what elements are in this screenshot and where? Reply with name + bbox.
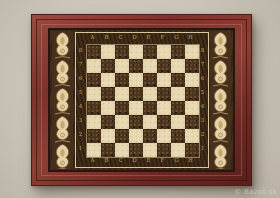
coord-label: 3 [199, 114, 207, 128]
files-bottom: ABCDEFGH [86, 158, 198, 166]
coord-label: 7 [199, 58, 207, 72]
coord-label: 1 [77, 142, 85, 156]
square-f8 [157, 45, 171, 59]
coord-label: 2 [77, 128, 85, 142]
coord-label: H [184, 35, 198, 43]
coord-label: 4 [77, 100, 85, 114]
square-f5 [157, 87, 171, 101]
coord-label: D [128, 158, 142, 166]
coord-label: G [170, 35, 184, 43]
square-b8 [101, 45, 115, 59]
square-c5 [115, 87, 129, 101]
square-b5 [101, 87, 115, 101]
coord-label: G [170, 158, 184, 166]
coord-label: 5 [199, 86, 207, 100]
coord-label: B [100, 35, 114, 43]
square-g7 [171, 59, 185, 73]
square-d2 [129, 129, 143, 143]
square-a5 [87, 87, 101, 101]
square-a3 [87, 115, 101, 129]
square-e6 [143, 73, 157, 87]
coord-label: B [100, 158, 114, 166]
square-a6 [87, 73, 101, 87]
square-a8 [87, 45, 101, 59]
square-h2 [185, 129, 199, 143]
square-f7 [157, 59, 171, 73]
photo-of-framed-chessboard: ABCDEFGH ABCDEFGH 87654321 87654321 © Ba… [0, 0, 280, 198]
square-b3 [101, 115, 115, 129]
coord-label: 4 [199, 100, 207, 114]
photo-watermark: © Bazoš.sk [234, 188, 277, 196]
square-c8 [115, 45, 129, 59]
coord-label: E [142, 35, 156, 43]
square-g3 [171, 115, 185, 129]
square-b2 [101, 129, 115, 143]
square-h1 [185, 143, 199, 157]
files-top: ABCDEFGH [86, 35, 198, 43]
coord-label: C [114, 35, 128, 43]
coord-label: 7 [77, 58, 85, 72]
square-h6 [185, 73, 199, 87]
square-f2 [157, 129, 171, 143]
square-a7 [87, 59, 101, 73]
carved-ornament-right [210, 31, 231, 169]
square-f3 [157, 115, 171, 129]
chessboard-plaque: ABCDEFGH ABCDEFGH 87654321 87654321 [75, 32, 209, 168]
square-f1 [157, 143, 171, 157]
square-d5 [129, 87, 143, 101]
square-e7 [143, 59, 157, 73]
square-h7 [185, 59, 199, 73]
square-b1 [101, 143, 115, 157]
coord-label: C [114, 158, 128, 166]
square-c7 [115, 59, 129, 73]
square-e5 [143, 87, 157, 101]
square-a4 [87, 101, 101, 115]
coord-label: 5 [77, 86, 85, 100]
coord-label: H [184, 158, 198, 166]
square-d8 [129, 45, 143, 59]
ranks-left: 87654321 [77, 44, 85, 156]
coord-label: F [156, 158, 170, 166]
square-g4 [171, 101, 185, 115]
mahogany-picture-frame: ABCDEFGH ABCDEFGH 87654321 87654321 [31, 14, 252, 186]
square-c4 [115, 101, 129, 115]
square-g1 [171, 143, 185, 157]
coord-label: 6 [199, 72, 207, 86]
square-e1 [143, 143, 157, 157]
coord-label: 2 [199, 128, 207, 142]
square-g6 [171, 73, 185, 87]
square-h5 [185, 87, 199, 101]
square-c3 [115, 115, 129, 129]
square-h8 [185, 45, 199, 59]
coord-label: 3 [77, 114, 85, 128]
square-b4 [101, 101, 115, 115]
square-d1 [129, 143, 143, 157]
square-h4 [185, 101, 199, 115]
inner-wood-field: ABCDEFGH ABCDEFGH 87654321 87654321 [48, 28, 235, 172]
square-c6 [115, 73, 129, 87]
square-h3 [185, 115, 199, 129]
square-d7 [129, 59, 143, 73]
square-g5 [171, 87, 185, 101]
coord-label: 8 [77, 44, 85, 58]
ranks-right: 87654321 [199, 44, 207, 156]
coord-label: 1 [199, 142, 207, 156]
coordinate-band: ABCDEFGH ABCDEFGH 87654321 87654321 [76, 33, 208, 167]
coord-label: A [86, 158, 100, 166]
square-f6 [157, 73, 171, 87]
square-f4 [157, 101, 171, 115]
square-e2 [143, 129, 157, 143]
square-b7 [101, 59, 115, 73]
square-c1 [115, 143, 129, 157]
square-a2 [87, 129, 101, 143]
carved-ornament-left [52, 31, 73, 169]
coord-label: A [86, 35, 100, 43]
square-d3 [129, 115, 143, 129]
coord-label: 8 [199, 44, 207, 58]
square-b6 [101, 73, 115, 87]
square-c2 [115, 129, 129, 143]
square-e8 [143, 45, 157, 59]
coord-label: F [156, 35, 170, 43]
coord-label: 6 [77, 72, 85, 86]
coord-label: E [142, 158, 156, 166]
square-e3 [143, 115, 157, 129]
square-a1 [87, 143, 101, 157]
coord-label: D [128, 35, 142, 43]
square-g2 [171, 129, 185, 143]
chessboard-grid [86, 44, 200, 158]
square-e4 [143, 101, 157, 115]
square-d4 [129, 101, 143, 115]
square-g8 [171, 45, 185, 59]
square-d6 [129, 73, 143, 87]
